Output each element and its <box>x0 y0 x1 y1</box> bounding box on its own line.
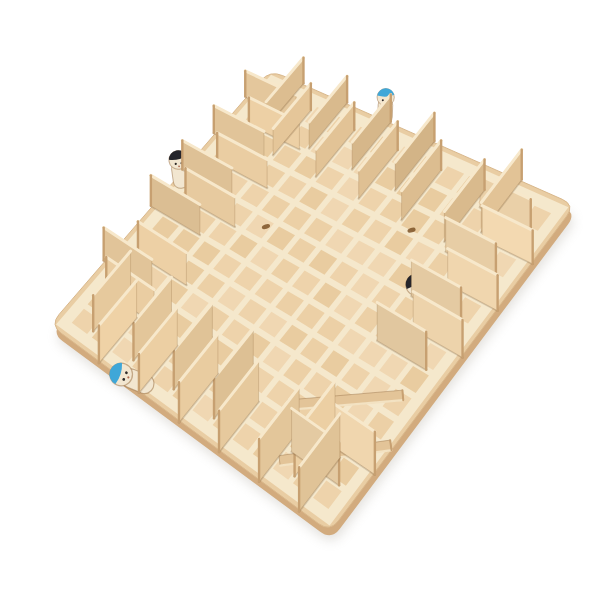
quoridor-board <box>0 0 600 600</box>
product-photo <box>0 0 600 600</box>
